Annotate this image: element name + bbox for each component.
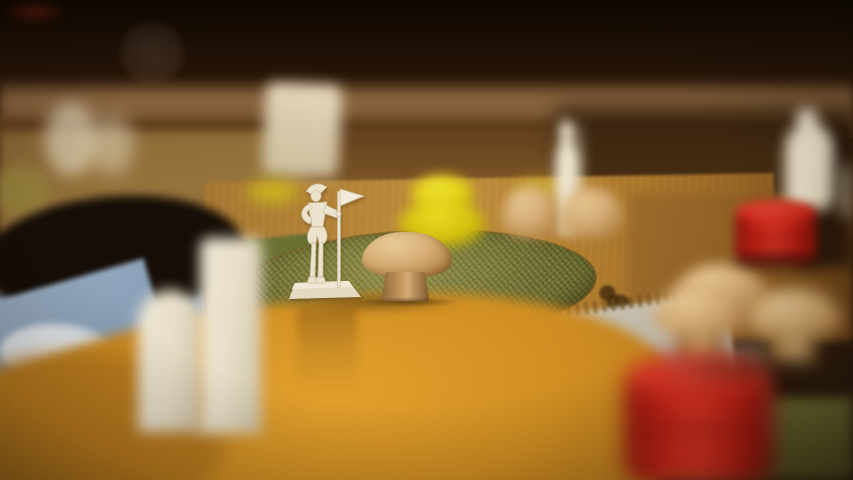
white-card-tile — [262, 82, 343, 178]
explorer-figure-graphic — [286, 176, 370, 306]
meeple-mid-right-head — [559, 120, 574, 143]
mushroom-center-focus-shadow — [358, 297, 459, 307]
red-stack-shadow — [733, 252, 821, 270]
mushroom-trio-shadow — [645, 348, 853, 392]
red-disc-stack-upper-seam — [737, 235, 814, 239]
mushroom-mid-b — [560, 188, 624, 238]
mushroom-mid-b-cap — [560, 188, 624, 238]
edge-piece-right — [838, 162, 853, 220]
mushroom-center-focus-cap — [362, 232, 452, 278]
white-building-tall — [200, 238, 262, 434]
pieces-layer — [0, 0, 853, 480]
red-disc-stack-upper-top — [736, 200, 816, 222]
meeple-background-right-head — [796, 108, 818, 128]
backdrop-piece-b — [90, 116, 134, 174]
mushroom-mid-a-cap — [502, 186, 560, 238]
meeple-background-right — [783, 108, 841, 210]
red-disc-stack-lower-seam — [629, 426, 770, 434]
mushroom-mid-a — [502, 186, 560, 238]
meeple-background-right-body — [785, 124, 834, 210]
mushroom-right-left-cap — [654, 286, 748, 338]
mushroom-center-focus — [362, 232, 452, 304]
mushroom-right-front-cap — [746, 289, 842, 339]
board-game-photo — [0, 0, 853, 480]
white-building-small — [138, 290, 202, 432]
explorer-miniature — [286, 176, 370, 306]
